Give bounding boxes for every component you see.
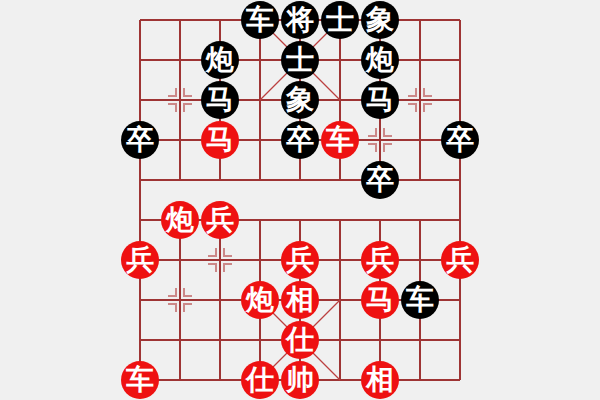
- piece-black-chariot[interactable]: 车: [401, 281, 439, 319]
- piece-red-general[interactable]: 帅: [281, 361, 319, 399]
- xiangqi-board: 车将士象炮士炮马象马卒卒卒卒车马车炮兵兵兵兵兵炮相马仕车仕帅相: [0, 0, 600, 400]
- piece-black-soldier[interactable]: 卒: [281, 121, 319, 159]
- piece-black-soldier[interactable]: 卒: [441, 121, 479, 159]
- piece-red-advisor[interactable]: 仕: [241, 361, 279, 399]
- piece-red-soldier[interactable]: 兵: [281, 241, 319, 279]
- piece-black-advisor[interactable]: 士: [281, 41, 319, 79]
- piece-red-elephant[interactable]: 相: [361, 361, 399, 399]
- piece-red-soldier[interactable]: 兵: [121, 241, 159, 279]
- piece-black-cannon[interactable]: 炮: [201, 41, 239, 79]
- piece-black-soldier[interactable]: 卒: [361, 161, 399, 199]
- piece-red-chariot[interactable]: 车: [121, 361, 159, 399]
- piece-red-horse[interactable]: 马: [361, 281, 399, 319]
- piece-red-chariot[interactable]: 车: [321, 121, 359, 159]
- piece-black-horse[interactable]: 马: [361, 81, 399, 119]
- board-intersections-grid: 车将士象炮士炮马象马卒卒卒卒车马车炮兵兵兵兵兵炮相马仕车仕帅相: [120, 0, 480, 400]
- piece-black-general[interactable]: 将: [281, 1, 319, 39]
- piece-black-soldier[interactable]: 卒: [121, 121, 159, 159]
- piece-red-soldier[interactable]: 兵: [441, 241, 479, 279]
- piece-red-cannon[interactable]: 炮: [161, 201, 199, 239]
- piece-red-soldier[interactable]: 兵: [201, 201, 239, 239]
- piece-red-advisor[interactable]: 仕: [281, 321, 319, 359]
- piece-black-elephant[interactable]: 象: [361, 1, 399, 39]
- piece-black-advisor[interactable]: 士: [321, 1, 359, 39]
- piece-red-horse[interactable]: 马: [201, 121, 239, 159]
- piece-black-elephant[interactable]: 象: [281, 81, 319, 119]
- piece-black-chariot[interactable]: 车: [241, 1, 279, 39]
- piece-black-horse[interactable]: 马: [201, 81, 239, 119]
- piece-red-soldier[interactable]: 兵: [361, 241, 399, 279]
- piece-black-cannon[interactable]: 炮: [361, 41, 399, 79]
- piece-red-cannon[interactable]: 炮: [241, 281, 279, 319]
- piece-red-elephant[interactable]: 相: [281, 281, 319, 319]
